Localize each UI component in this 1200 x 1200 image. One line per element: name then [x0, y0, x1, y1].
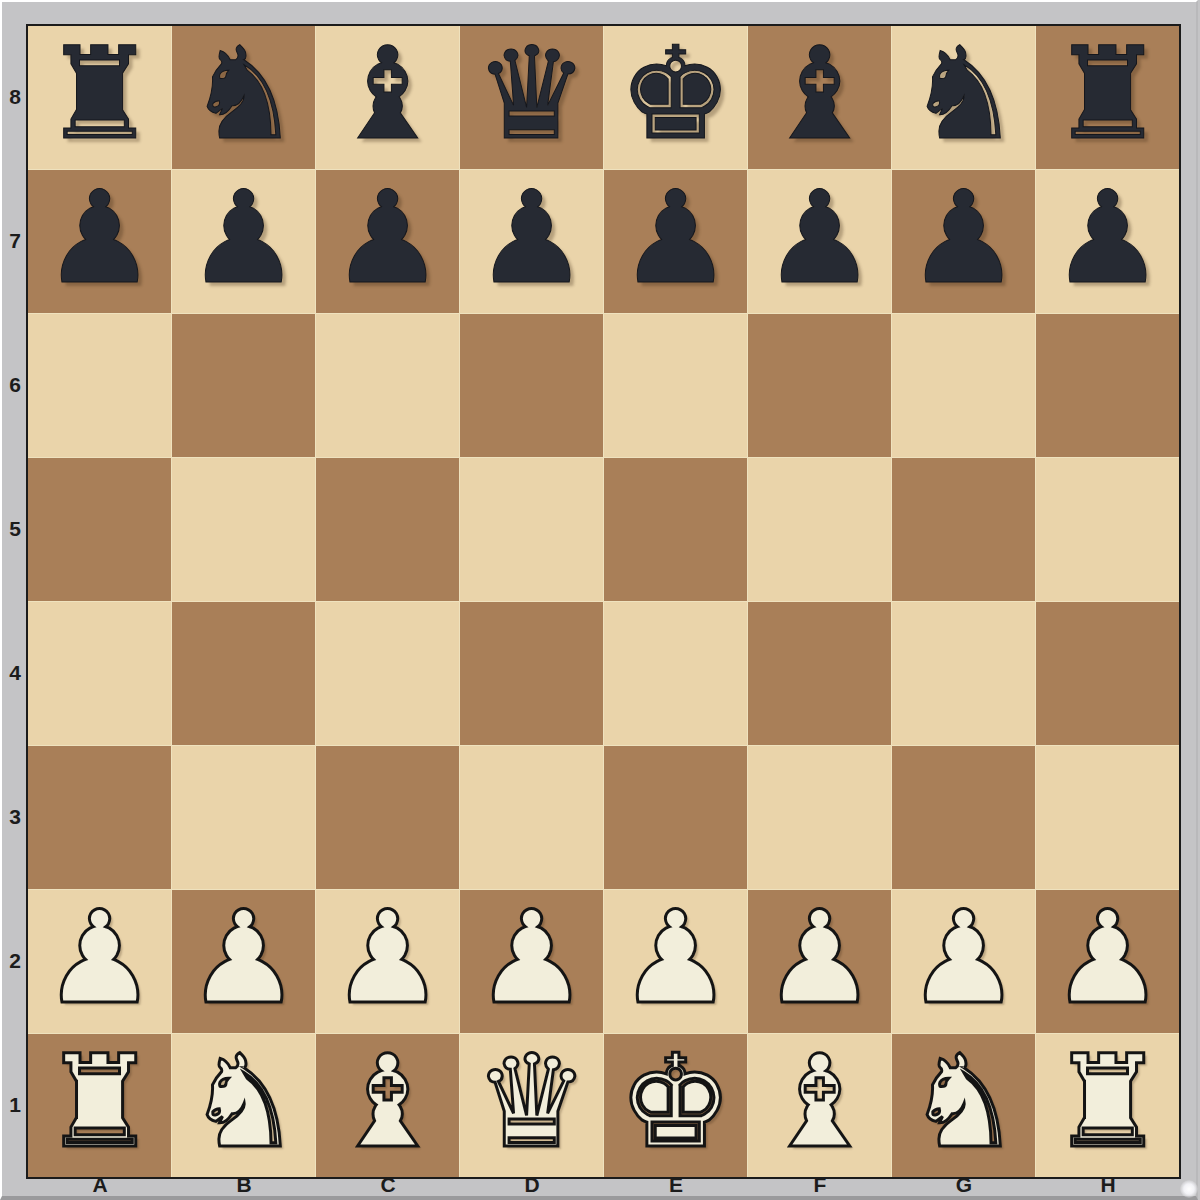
file-label-b: B: [224, 1174, 264, 1196]
rank-label-2: 2: [4, 950, 26, 972]
square-b7[interactable]: ♟: [172, 170, 315, 313]
square-e4[interactable]: [604, 602, 747, 745]
piece-black-pawn[interactable]: ♟: [186, 166, 301, 309]
square-a2[interactable]: ♟: [28, 890, 171, 1033]
square-h7[interactable]: ♟: [1036, 170, 1179, 313]
piece-white-pawn[interactable]: ♟: [906, 886, 1021, 1029]
piece-black-bishop[interactable]: ♝: [762, 22, 877, 165]
piece-white-pawn[interactable]: ♟: [42, 886, 157, 1029]
square-b8[interactable]: ♞: [172, 26, 315, 169]
square-g4[interactable]: [892, 602, 1035, 745]
square-b1[interactable]: ♞: [172, 1034, 315, 1177]
piece-black-knight[interactable]: ♞: [906, 22, 1021, 165]
square-d4[interactable]: [460, 602, 603, 745]
square-c6[interactable]: [316, 314, 459, 457]
piece-black-pawn[interactable]: ♟: [906, 166, 1021, 309]
square-a7[interactable]: ♟: [28, 170, 171, 313]
square-f6[interactable]: [748, 314, 891, 457]
file-label-c: C: [368, 1174, 408, 1196]
square-h8[interactable]: ♜: [1036, 26, 1179, 169]
square-a8[interactable]: ♜: [28, 26, 171, 169]
square-e3[interactable]: [604, 746, 747, 889]
square-h4[interactable]: [1036, 602, 1179, 745]
file-label-g: G: [944, 1174, 984, 1196]
square-e7[interactable]: ♟: [604, 170, 747, 313]
square-a6[interactable]: [28, 314, 171, 457]
piece-white-knight[interactable]: ♞: [906, 1030, 1021, 1173]
square-g2[interactable]: ♟: [892, 890, 1035, 1033]
rank-label-8: 8: [4, 86, 26, 108]
rank-label-5: 5: [4, 518, 26, 540]
square-d2[interactable]: ♟: [460, 890, 603, 1033]
square-f7[interactable]: ♟: [748, 170, 891, 313]
square-h5[interactable]: [1036, 458, 1179, 601]
square-g5[interactable]: [892, 458, 1035, 601]
square-f1[interactable]: ♝: [748, 1034, 891, 1177]
piece-white-rook[interactable]: ♜: [42, 1030, 157, 1173]
square-e6[interactable]: [604, 314, 747, 457]
piece-black-king[interactable]: ♚: [618, 22, 733, 165]
square-a4[interactable]: [28, 602, 171, 745]
piece-white-pawn[interactable]: ♟: [330, 886, 445, 1029]
square-c1[interactable]: ♝: [316, 1034, 459, 1177]
piece-white-pawn[interactable]: ♟: [1050, 886, 1165, 1029]
square-f8[interactable]: ♝: [748, 26, 891, 169]
square-a1[interactable]: ♜: [28, 1034, 171, 1177]
square-b4[interactable]: [172, 602, 315, 745]
piece-white-queen[interactable]: ♛: [474, 1030, 589, 1173]
square-b2[interactable]: ♟: [172, 890, 315, 1033]
square-a3[interactable]: [28, 746, 171, 889]
piece-white-pawn[interactable]: ♟: [618, 886, 733, 1029]
piece-white-bishop[interactable]: ♝: [330, 1030, 445, 1173]
file-label-d: D: [512, 1174, 552, 1196]
resize-grip-dot: [1180, 1180, 1198, 1198]
square-h6[interactable]: [1036, 314, 1179, 457]
square-e8[interactable]: ♚: [604, 26, 747, 169]
square-c7[interactable]: ♟: [316, 170, 459, 313]
piece-white-knight[interactable]: ♞: [186, 1030, 301, 1173]
piece-black-pawn[interactable]: ♟: [330, 166, 445, 309]
square-c3[interactable]: [316, 746, 459, 889]
square-c4[interactable]: [316, 602, 459, 745]
square-d3[interactable]: [460, 746, 603, 889]
square-d5[interactable]: [460, 458, 603, 601]
piece-black-pawn[interactable]: ♟: [1050, 166, 1165, 309]
rank-label-1: 1: [4, 1094, 26, 1116]
piece-black-bishop[interactable]: ♝: [330, 22, 445, 165]
square-e5[interactable]: [604, 458, 747, 601]
square-h2[interactable]: ♟: [1036, 890, 1179, 1033]
piece-black-pawn[interactable]: ♟: [618, 166, 733, 309]
square-e2[interactable]: ♟: [604, 890, 747, 1033]
rank-label-3: 3: [4, 806, 26, 828]
file-label-a: A: [80, 1174, 120, 1196]
piece-black-pawn[interactable]: ♟: [474, 166, 589, 309]
piece-white-bishop[interactable]: ♝: [762, 1030, 877, 1173]
square-f5[interactable]: [748, 458, 891, 601]
square-d7[interactable]: ♟: [460, 170, 603, 313]
rank-label-4: 4: [4, 662, 26, 684]
piece-black-rook[interactable]: ♜: [42, 22, 157, 165]
square-d8[interactable]: ♛: [460, 26, 603, 169]
square-a5[interactable]: [28, 458, 171, 601]
square-h1[interactable]: ♜: [1036, 1034, 1179, 1177]
piece-white-pawn[interactable]: ♟: [762, 886, 877, 1029]
square-g3[interactable]: [892, 746, 1035, 889]
square-f2[interactable]: ♟: [748, 890, 891, 1033]
square-d1[interactable]: ♛: [460, 1034, 603, 1177]
square-d6[interactable]: [460, 314, 603, 457]
piece-black-knight[interactable]: ♞: [186, 22, 301, 165]
file-label-f: F: [800, 1174, 840, 1196]
square-b3[interactable]: [172, 746, 315, 889]
file-label-e: E: [656, 1174, 696, 1196]
square-c5[interactable]: [316, 458, 459, 601]
piece-black-queen[interactable]: ♛: [474, 22, 589, 165]
rank-label-6: 6: [4, 374, 26, 396]
square-c2[interactable]: ♟: [316, 890, 459, 1033]
piece-white-pawn[interactable]: ♟: [186, 886, 301, 1029]
square-f3[interactable]: [748, 746, 891, 889]
piece-black-pawn[interactable]: ♟: [42, 166, 157, 309]
piece-white-pawn[interactable]: ♟: [474, 886, 589, 1029]
square-g6[interactable]: [892, 314, 1035, 457]
square-g1[interactable]: ♞: [892, 1034, 1035, 1177]
square-e1[interactable]: ♚: [604, 1034, 747, 1177]
square-b6[interactable]: [172, 314, 315, 457]
square-g8[interactable]: ♞: [892, 26, 1035, 169]
square-f4[interactable]: [748, 602, 891, 745]
square-h3[interactable]: [1036, 746, 1179, 889]
square-b5[interactable]: [172, 458, 315, 601]
rank-label-7: 7: [4, 230, 26, 252]
piece-black-pawn[interactable]: ♟: [762, 166, 877, 309]
file-label-h: H: [1088, 1174, 1128, 1196]
piece-white-king[interactable]: ♚: [618, 1030, 733, 1173]
square-c8[interactable]: ♝: [316, 26, 459, 169]
piece-white-rook[interactable]: ♜: [1050, 1030, 1165, 1173]
chess-board: ♜♞♝♛♚♝♞♜♟♟♟♟♟♟♟♟♟♟♟♟♟♟♟♟♜♞♝♛♚♝♞♜: [26, 24, 1181, 1179]
square-g7[interactable]: ♟: [892, 170, 1035, 313]
board-frame: ♜♞♝♛♚♝♞♜♟♟♟♟♟♟♟♟♟♟♟♟♟♟♟♟♜♞♝♛♚♝♞♜ 8765432…: [0, 0, 1198, 1200]
piece-black-rook[interactable]: ♜: [1050, 22, 1165, 165]
